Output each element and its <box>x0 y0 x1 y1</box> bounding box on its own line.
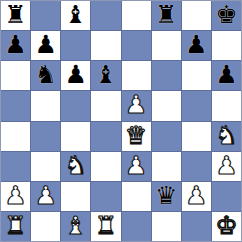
square-a1[interactable]: ♜ <box>1 212 30 241</box>
square-f8[interactable]: ♜ <box>152 1 181 30</box>
square-h2[interactable] <box>212 182 241 211</box>
piece-black-knight: ♞ <box>34 62 56 87</box>
square-e2[interactable] <box>122 182 151 211</box>
piece-white-queen: ♛ <box>125 123 147 148</box>
square-h5[interactable] <box>212 91 241 120</box>
piece-black-pawn: ♟ <box>215 62 237 87</box>
piece-black-rook: ♜ <box>155 2 177 27</box>
square-h4[interactable]: ♞ <box>212 122 241 151</box>
chess-board: ♜♝♜♚♟♟♟♞♟♝♟♟♛♞♞♟♟♟♟♛♟♜♝♜♚ <box>0 0 242 242</box>
square-a3[interactable] <box>1 152 30 181</box>
square-d6[interactable]: ♝ <box>91 61 120 90</box>
square-e8[interactable] <box>122 1 151 30</box>
square-f1[interactable] <box>152 212 181 241</box>
piece-white-pawn: ♟ <box>185 183 207 208</box>
square-g4[interactable] <box>182 122 211 151</box>
piece-white-knight: ♞ <box>215 123 237 148</box>
piece-black-king: ♚ <box>215 2 237 27</box>
piece-white-rook: ♜ <box>4 213 26 238</box>
square-g5[interactable] <box>182 91 211 120</box>
square-a5[interactable] <box>1 91 30 120</box>
square-e5[interactable]: ♟ <box>122 91 151 120</box>
square-e1[interactable] <box>122 212 151 241</box>
square-c7[interactable] <box>61 31 90 60</box>
piece-black-pawn: ♟ <box>65 62 87 87</box>
square-h7[interactable] <box>212 31 241 60</box>
square-g8[interactable] <box>182 1 211 30</box>
square-h8[interactable]: ♚ <box>212 1 241 30</box>
square-h6[interactable]: ♟ <box>212 61 241 90</box>
square-c2[interactable] <box>61 182 90 211</box>
square-a8[interactable]: ♜ <box>1 1 30 30</box>
square-a6[interactable] <box>1 61 30 90</box>
piece-black-bishop: ♝ <box>65 2 87 27</box>
square-c1[interactable]: ♝ <box>61 212 90 241</box>
square-g6[interactable] <box>182 61 211 90</box>
square-c8[interactable]: ♝ <box>61 1 90 30</box>
piece-white-pawn: ♟ <box>125 92 147 117</box>
square-f5[interactable] <box>152 91 181 120</box>
square-d7[interactable] <box>91 31 120 60</box>
square-a2[interactable]: ♟ <box>1 182 30 211</box>
square-e7[interactable] <box>122 31 151 60</box>
square-d2[interactable] <box>91 182 120 211</box>
square-d1[interactable]: ♜ <box>91 212 120 241</box>
square-b7[interactable]: ♟ <box>31 31 60 60</box>
square-c5[interactable] <box>61 91 90 120</box>
square-e3[interactable]: ♟ <box>122 152 151 181</box>
square-d5[interactable] <box>91 91 120 120</box>
piece-black-queen: ♛ <box>155 183 177 208</box>
square-c4[interactable] <box>61 122 90 151</box>
square-c3[interactable]: ♞ <box>61 152 90 181</box>
square-f2[interactable]: ♛ <box>152 182 181 211</box>
square-a4[interactable] <box>1 122 30 151</box>
square-h1[interactable]: ♚ <box>212 212 241 241</box>
piece-white-rook: ♜ <box>95 213 117 238</box>
square-h3[interactable]: ♟ <box>212 152 241 181</box>
square-f4[interactable] <box>152 122 181 151</box>
square-e4[interactable]: ♛ <box>122 122 151 151</box>
square-d8[interactable] <box>91 1 120 30</box>
piece-black-rook: ♜ <box>4 2 26 27</box>
piece-white-bishop: ♝ <box>65 213 87 238</box>
square-e6[interactable] <box>122 61 151 90</box>
square-g2[interactable]: ♟ <box>182 182 211 211</box>
piece-white-knight: ♞ <box>65 153 87 178</box>
piece-white-pawn: ♟ <box>215 153 237 178</box>
piece-black-bishop: ♝ <box>95 62 117 87</box>
piece-white-king: ♚ <box>215 213 237 238</box>
square-b4[interactable] <box>31 122 60 151</box>
piece-white-pawn: ♟ <box>4 183 26 208</box>
square-b8[interactable] <box>31 1 60 30</box>
square-g7[interactable]: ♟ <box>182 31 211 60</box>
piece-black-pawn: ♟ <box>34 32 56 57</box>
square-g3[interactable] <box>182 152 211 181</box>
piece-white-pawn: ♟ <box>125 153 147 178</box>
piece-white-pawn: ♟ <box>34 183 56 208</box>
square-f6[interactable] <box>152 61 181 90</box>
square-c6[interactable]: ♟ <box>61 61 90 90</box>
square-f7[interactable] <box>152 31 181 60</box>
square-b6[interactable]: ♞ <box>31 61 60 90</box>
square-a7[interactable]: ♟ <box>1 31 30 60</box>
piece-black-pawn: ♟ <box>185 32 207 57</box>
square-b2[interactable]: ♟ <box>31 182 60 211</box>
square-g1[interactable] <box>182 212 211 241</box>
piece-black-pawn: ♟ <box>4 32 26 57</box>
square-d4[interactable] <box>91 122 120 151</box>
square-d3[interactable] <box>91 152 120 181</box>
square-f3[interactable] <box>152 152 181 181</box>
square-b3[interactable] <box>31 152 60 181</box>
square-b1[interactable] <box>31 212 60 241</box>
square-b5[interactable] <box>31 91 60 120</box>
